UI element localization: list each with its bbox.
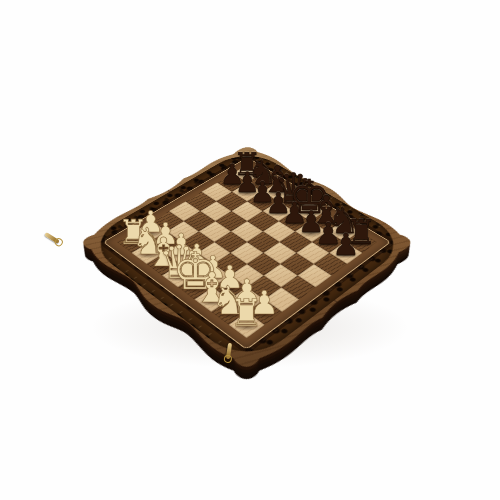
chess-board bbox=[65, 138, 430, 384]
product-photo-stage: ♜♞♝♛♚♝♞♜♟♟♟♟♟♟♟♟♟♟♟♟♟♟♟♟♜♞♝♛♚♝♞♜ bbox=[0, 0, 500, 500]
case-top-surface bbox=[65, 138, 430, 384]
checkerboard-grid bbox=[117, 165, 377, 338]
scene-3d bbox=[0, 0, 500, 500]
